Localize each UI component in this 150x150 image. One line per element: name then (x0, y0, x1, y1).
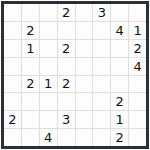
cell-r5c7[interactable] (111, 76, 128, 93)
cell-r3c4[interactable]: 2 (58, 40, 75, 57)
cell-r6c7[interactable]: 2 (111, 93, 128, 110)
cell-r4c6[interactable] (93, 58, 110, 75)
cell-r1c1[interactable] (4, 4, 21, 21)
cell-r5c3[interactable]: 1 (40, 76, 57, 93)
cell-r3c7[interactable] (111, 40, 128, 57)
cell-r4c4[interactable] (58, 58, 75, 75)
clue-number: 2 (62, 6, 70, 19)
clue-number: 3 (62, 113, 70, 126)
cell-r2c2[interactable]: 2 (22, 22, 39, 39)
cell-r7c7[interactable]: 1 (111, 111, 128, 128)
cell-r1c2[interactable] (22, 4, 39, 21)
cell-r1c3[interactable] (40, 4, 57, 21)
clue-number: 2 (133, 42, 141, 55)
clue-number: 2 (26, 77, 34, 90)
cell-r1c8[interactable] (129, 4, 146, 21)
cell-r1c5[interactable] (76, 4, 93, 21)
clue-number: 1 (116, 113, 124, 126)
puzzle-board: 232411224212223142 (1, 1, 149, 149)
clue-number: 2 (116, 131, 124, 144)
clue-number: 2 (116, 95, 124, 108)
cell-r8c2[interactable] (22, 129, 39, 146)
cell-r5c6[interactable] (93, 76, 110, 93)
cell-r3c3[interactable] (40, 40, 57, 57)
cell-r4c3[interactable] (40, 58, 57, 75)
cell-r8c5[interactable] (76, 129, 93, 146)
cell-r2c4[interactable] (58, 22, 75, 39)
cell-r5c1[interactable] (4, 76, 21, 93)
cell-r5c5[interactable] (76, 76, 93, 93)
cell-r7c5[interactable] (76, 111, 93, 128)
clue-number: 2 (26, 24, 34, 37)
cell-r4c2[interactable] (22, 58, 39, 75)
cell-r8c3[interactable]: 4 (40, 129, 57, 146)
cell-r2c7[interactable]: 4 (111, 22, 128, 39)
cell-r7c4[interactable]: 3 (58, 111, 75, 128)
cell-r4c5[interactable] (76, 58, 93, 75)
cell-r2c6[interactable] (93, 22, 110, 39)
clue-number: 1 (133, 24, 141, 37)
cell-r3c2[interactable]: 1 (22, 40, 39, 57)
cell-r6c5[interactable] (76, 93, 93, 110)
cell-r1c7[interactable] (111, 4, 128, 21)
cell-r6c1[interactable] (4, 93, 21, 110)
cell-r8c1[interactable] (4, 129, 21, 146)
cell-r2c1[interactable] (4, 22, 21, 39)
cell-r8c8[interactable] (129, 129, 146, 146)
clue-number: 4 (116, 24, 124, 37)
cell-r2c8[interactable]: 1 (129, 22, 146, 39)
cell-r5c4[interactable]: 2 (58, 76, 75, 93)
cell-r6c2[interactable] (22, 93, 39, 110)
cell-r7c6[interactable] (93, 111, 110, 128)
cell-r8c4[interactable] (58, 129, 75, 146)
cell-r1c4[interactable]: 2 (58, 4, 75, 21)
clue-number: 1 (44, 77, 52, 90)
cell-r6c4[interactable] (58, 93, 75, 110)
clue-number: 4 (44, 131, 52, 144)
cell-r6c8[interactable] (129, 93, 146, 110)
cell-r3c5[interactable] (76, 40, 93, 57)
cell-r3c8[interactable]: 2 (129, 40, 146, 57)
cell-r6c6[interactable] (93, 93, 110, 110)
clue-number: 2 (8, 113, 16, 126)
cell-r7c2[interactable] (22, 111, 39, 128)
clue-number: 1 (26, 42, 34, 55)
cell-r5c2[interactable]: 2 (22, 76, 39, 93)
cell-r7c1[interactable]: 2 (4, 111, 21, 128)
cell-r7c3[interactable] (40, 111, 57, 128)
cell-r3c6[interactable] (93, 40, 110, 57)
clue-number: 2 (62, 42, 70, 55)
cell-r1c6[interactable]: 3 (93, 4, 110, 21)
cell-r8c6[interactable] (93, 129, 110, 146)
cell-r8c7[interactable]: 2 (111, 129, 128, 146)
clue-number: 4 (133, 60, 141, 73)
cell-r2c5[interactable] (76, 22, 93, 39)
cell-r4c8[interactable]: 4 (129, 58, 146, 75)
cell-r4c1[interactable] (4, 58, 21, 75)
cell-r3c1[interactable] (4, 40, 21, 57)
cell-r6c3[interactable] (40, 93, 57, 110)
cell-r7c8[interactable] (129, 111, 146, 128)
clue-number: 3 (98, 6, 106, 19)
puzzle-grid: 232411224212223142 (4, 4, 146, 146)
cell-r4c7[interactable] (111, 58, 128, 75)
cell-r2c3[interactable] (40, 22, 57, 39)
clue-number: 2 (62, 77, 70, 90)
cell-r5c8[interactable] (129, 76, 146, 93)
